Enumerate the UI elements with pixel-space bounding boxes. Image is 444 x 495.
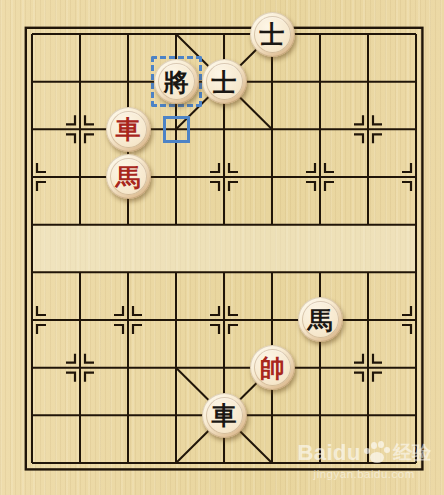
piece-glyph: 馬 xyxy=(308,307,333,333)
piece-black-general[interactable]: 將 xyxy=(154,59,199,104)
watermark-logo-row: Baidu 经验 xyxy=(297,440,431,466)
piece-face: 士 xyxy=(254,16,291,53)
piece-red-chariot[interactable]: 車 xyxy=(106,107,151,152)
piece-glyph: 士 xyxy=(260,21,285,47)
piece-face: 帥 xyxy=(254,349,291,386)
piece-glyph: 帥 xyxy=(260,355,285,381)
piece-glyph: 將 xyxy=(164,69,189,95)
origin-square-box xyxy=(163,116,190,143)
baidu-jingyan-watermark: Baidu 经验 jingyan.baidu.com xyxy=(297,440,431,480)
watermark-url: jingyan.baidu.com xyxy=(297,468,431,480)
piece-glyph: 車 xyxy=(116,116,141,142)
piece-glyph: 士 xyxy=(212,69,237,95)
baidu-logo-text: Baidu xyxy=(297,440,361,466)
piece-red-general[interactable]: 帥 xyxy=(250,345,295,390)
piece-face: 車 xyxy=(110,111,147,148)
piece-face: 馬 xyxy=(110,158,147,195)
piece-glyph: 馬 xyxy=(116,164,141,190)
paw-icon xyxy=(364,441,390,465)
piece-face: 車 xyxy=(206,397,243,434)
piece-black-advisor-b[interactable]: 士 xyxy=(202,59,247,104)
xiangqi-tutorial-screenshot: { "game": { "name": "xiangqi", "descript… xyxy=(0,0,444,495)
piece-face: 士 xyxy=(206,63,243,100)
piece-face: 馬 xyxy=(302,301,339,338)
piece-red-horse[interactable]: 馬 xyxy=(106,154,151,199)
piece-face: 將 xyxy=(158,63,195,100)
piece-black-advisor-a[interactable]: 士 xyxy=(250,12,295,57)
piece-glyph: 車 xyxy=(212,402,237,428)
jingyan-logo-text: 经验 xyxy=(393,440,431,466)
piece-black-horse[interactable]: 馬 xyxy=(298,297,343,342)
xiangqi-board[interactable]: 士將士車馬馬帥車 xyxy=(8,10,440,487)
piece-black-chariot[interactable]: 車 xyxy=(202,393,247,438)
